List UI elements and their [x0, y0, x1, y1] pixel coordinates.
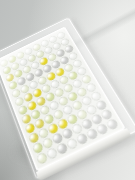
photo-background [0, 0, 135, 180]
